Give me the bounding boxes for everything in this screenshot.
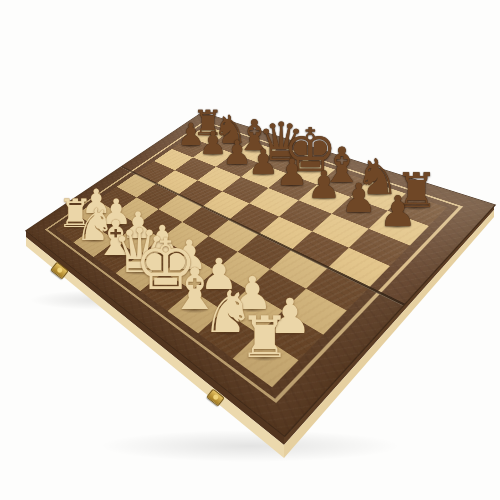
piece-light-rook[interactable]: ♜ [239,309,290,366]
piece-dark-pawn[interactable]: ♟ [379,190,417,232]
piece-dark-pawn[interactable]: ♟ [341,177,377,217]
piece-dark-pawn[interactable]: ♟ [248,145,279,180]
piece-dark-pawn[interactable]: ♟ [307,165,341,203]
ground-shadow [100,430,400,462]
piece-dark-pawn[interactable]: ♟ [276,155,309,191]
chess-set-photo: ♜♞♝♛♚♝♞♜♟♟♟♟♟♟♟♟♟♟♟♟♟♟♟♟♜♞♝♛♚♝♞♜ [0,0,500,500]
